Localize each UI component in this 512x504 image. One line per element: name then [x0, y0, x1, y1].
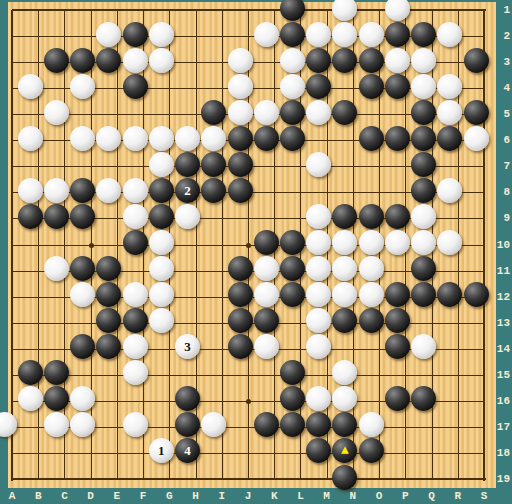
column-label: K [266, 490, 282, 502]
stone-white[interactable] [254, 282, 279, 307]
stone-black[interactable] [411, 256, 436, 281]
stone-black[interactable] [411, 100, 436, 125]
stone-white[interactable] [175, 126, 200, 151]
row-label: 8 [492, 186, 510, 198]
stone-white[interactable] [149, 230, 174, 255]
stone-white[interactable] [411, 204, 436, 229]
column-label: G [161, 490, 177, 502]
grid-line-v [64, 10, 65, 480]
stone-white[interactable] [411, 48, 436, 73]
grid-line-v [117, 10, 118, 480]
star-point [246, 243, 251, 248]
stone-white[interactable] [18, 386, 43, 411]
stone-white[interactable] [228, 74, 253, 99]
stone-white[interactable] [254, 100, 279, 125]
row-label: 15 [492, 369, 510, 381]
stone-black[interactable] [70, 178, 95, 203]
column-label: N [345, 490, 361, 502]
stone-black[interactable] [44, 48, 69, 73]
stone-white[interactable] [149, 48, 174, 73]
row-label: 14 [492, 343, 510, 355]
stone-white[interactable] [437, 22, 462, 47]
stone-white[interactable] [280, 48, 305, 73]
stone-white[interactable] [44, 256, 69, 281]
stone-white[interactable] [306, 230, 331, 255]
stone-white[interactable] [123, 178, 148, 203]
stone-white[interactable] [149, 308, 174, 333]
row-label: 10 [492, 239, 510, 251]
stone-white[interactable] [228, 48, 253, 73]
stone-white[interactable] [149, 256, 174, 281]
grid-line-v [483, 10, 485, 481]
stone-black[interactable] [280, 282, 305, 307]
row-label: 6 [492, 134, 510, 146]
grid-line-v [222, 10, 223, 480]
stone-black[interactable] [411, 22, 436, 47]
column-label: L [292, 490, 308, 502]
row-label: 1 [492, 4, 510, 16]
stone-black[interactable] [385, 204, 410, 229]
stone-black[interactable] [332, 465, 357, 490]
stone-black[interactable] [228, 334, 253, 359]
row-label: 17 [492, 421, 510, 433]
row-label: 18 [492, 447, 510, 459]
stone-black[interactable] [280, 0, 305, 21]
stone-black[interactable] [254, 412, 279, 437]
column-label: J [240, 490, 256, 502]
stone-white[interactable] [306, 204, 331, 229]
stone-black[interactable] [411, 152, 436, 177]
stone-black[interactable] [306, 48, 331, 73]
triangle-marker: ▲ [341, 444, 349, 457]
stone-white[interactable] [149, 126, 174, 151]
stone-black[interactable] [359, 438, 384, 463]
stone-white[interactable] [437, 74, 462, 99]
stone-black[interactable] [411, 282, 436, 307]
stone-black[interactable] [359, 48, 384, 73]
stone-black[interactable] [18, 360, 43, 385]
stone-white[interactable] [175, 204, 200, 229]
stone-white[interactable] [96, 22, 121, 47]
stone-white[interactable] [149, 282, 174, 307]
stone-black[interactable] [70, 204, 95, 229]
stone-black[interactable] [306, 74, 331, 99]
column-label: D [83, 490, 99, 502]
stone-black[interactable] [70, 48, 95, 73]
star-point [89, 243, 94, 248]
stone-black[interactable] [280, 126, 305, 151]
column-label: C [56, 490, 72, 502]
stone-white[interactable] [123, 282, 148, 307]
stone-black[interactable] [359, 74, 384, 99]
stone-black[interactable]: 2 [175, 178, 200, 203]
stone-black[interactable] [201, 178, 226, 203]
move-number-label: 4 [184, 444, 191, 457]
stone-black[interactable] [228, 178, 253, 203]
row-label: 9 [492, 212, 510, 224]
stone-black[interactable] [385, 334, 410, 359]
stone-black[interactable] [280, 256, 305, 281]
stone-black[interactable] [149, 178, 174, 203]
stone-black[interactable] [385, 386, 410, 411]
stone-white[interactable] [437, 100, 462, 125]
stone-black[interactable] [123, 74, 148, 99]
stone-white[interactable] [437, 178, 462, 203]
row-label: 13 [492, 317, 510, 329]
stone-black[interactable] [175, 152, 200, 177]
grid-line-v [11, 10, 13, 481]
stone-black[interactable] [359, 204, 384, 229]
row-label: 2 [492, 30, 510, 42]
grid-line-h [12, 478, 486, 480]
stone-white[interactable] [280, 74, 305, 99]
column-label: H [188, 490, 204, 502]
stone-black[interactable] [201, 152, 226, 177]
stone-black[interactable] [332, 100, 357, 125]
stone-white[interactable] [359, 230, 384, 255]
stone-black[interactable] [18, 204, 43, 229]
stone-white[interactable] [385, 48, 410, 73]
stone-black[interactable] [280, 100, 305, 125]
column-label: P [397, 490, 413, 502]
stone-black[interactable] [411, 126, 436, 151]
stone-black[interactable] [437, 126, 462, 151]
stone-white[interactable] [254, 334, 279, 359]
stone-white[interactable] [123, 334, 148, 359]
grid-line-v [196, 10, 197, 480]
row-label: 5 [492, 108, 510, 120]
stone-black[interactable] [123, 230, 148, 255]
stone-white[interactable] [228, 100, 253, 125]
stone-white[interactable] [18, 74, 43, 99]
stone-white[interactable] [359, 22, 384, 47]
stone-white[interactable] [18, 126, 43, 151]
stone-white[interactable] [123, 204, 148, 229]
stone-black[interactable] [411, 178, 436, 203]
stone-white[interactable] [201, 126, 226, 151]
stone-black[interactable] [149, 204, 174, 229]
stone-white[interactable] [123, 126, 148, 151]
stone-black[interactable] [385, 308, 410, 333]
stone-white[interactable] [254, 256, 279, 281]
stone-white[interactable] [254, 22, 279, 47]
stone-white[interactable] [385, 230, 410, 255]
column-label: O [371, 490, 387, 502]
stone-black[interactable] [44, 204, 69, 229]
stone-white[interactable] [332, 22, 357, 47]
row-label: 12 [492, 291, 510, 303]
stone-black[interactable] [464, 100, 489, 125]
stone-black[interactable] [359, 308, 384, 333]
stone-white[interactable] [123, 48, 148, 73]
column-label: I [214, 490, 230, 502]
stone-black[interactable] [385, 126, 410, 151]
row-label: 19 [492, 473, 510, 485]
stone-white[interactable] [96, 126, 121, 151]
stone-white[interactable] [149, 22, 174, 47]
row-label: 3 [492, 56, 510, 68]
stone-black[interactable] [228, 282, 253, 307]
stone-black[interactable] [254, 308, 279, 333]
stone-black[interactable] [385, 282, 410, 307]
stone-black[interactable] [385, 22, 410, 47]
stone-white[interactable] [70, 74, 95, 99]
row-label: 16 [492, 395, 510, 407]
star-point [246, 399, 251, 404]
move-number-label: 2 [184, 184, 191, 197]
move-number-label: 1 [158, 444, 165, 457]
stone-black[interactable] [201, 100, 226, 125]
stone-black[interactable] [254, 230, 279, 255]
column-label: Q [424, 490, 440, 502]
stone-black[interactable] [385, 74, 410, 99]
column-label: B [30, 490, 46, 502]
stone-black[interactable] [332, 48, 357, 73]
stone-black[interactable] [254, 126, 279, 151]
stone-white[interactable] [44, 100, 69, 125]
stone-white[interactable] [385, 0, 410, 21]
stone-white[interactable] [359, 256, 384, 281]
row-label: 11 [492, 265, 510, 277]
stone-white[interactable] [149, 152, 174, 177]
column-label: M [319, 490, 335, 502]
stone-white[interactable] [306, 152, 331, 177]
go-board-screenshot: 2314▲ABCDEFGHIJKLMNOPQRS1234567891011121… [0, 0, 512, 504]
stone-black[interactable] [228, 126, 253, 151]
stone-white[interactable] [359, 412, 384, 437]
stone-black[interactable] [96, 48, 121, 73]
stone-black[interactable] [228, 256, 253, 281]
stone-black[interactable] [123, 308, 148, 333]
stone-black[interactable] [464, 282, 489, 307]
stone-black[interactable] [464, 48, 489, 73]
stone-white[interactable] [123, 360, 148, 385]
stone-black[interactable] [280, 22, 305, 47]
column-label: E [109, 490, 125, 502]
stone-white[interactable] [123, 412, 148, 437]
stone-white[interactable] [306, 22, 331, 47]
stone-white[interactable] [464, 126, 489, 151]
stone-white[interactable] [70, 126, 95, 151]
stone-black[interactable] [228, 152, 253, 177]
stone-white[interactable] [359, 282, 384, 307]
column-label: S [476, 490, 492, 502]
stone-black[interactable] [359, 126, 384, 151]
column-label: F [135, 490, 151, 502]
column-label: R [450, 490, 466, 502]
stone-white[interactable] [306, 100, 331, 125]
column-label: A [4, 490, 20, 502]
stone-white[interactable] [44, 178, 69, 203]
stone-black[interactable] [228, 308, 253, 333]
stone-white[interactable] [411, 74, 436, 99]
grid-line-h [12, 9, 486, 11]
row-label: 7 [492, 160, 510, 172]
row-label: 4 [492, 82, 510, 94]
stone-white[interactable] [18, 178, 43, 203]
stone-black[interactable] [123, 22, 148, 47]
stone-black[interactable] [280, 230, 305, 255]
stone-white[interactable] [411, 230, 436, 255]
move-number-label: 3 [184, 340, 191, 353]
